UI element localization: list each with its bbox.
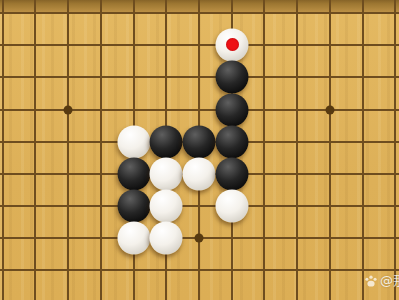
star-point	[326, 106, 335, 115]
white-stone	[150, 158, 183, 191]
black-stone	[216, 158, 249, 191]
grid-line-horizontal	[0, 205, 399, 207]
grid-line-horizontal	[0, 269, 399, 271]
white-stone	[150, 222, 183, 255]
star-point	[64, 106, 73, 115]
black-stone	[216, 126, 249, 159]
black-stone	[183, 126, 216, 159]
paw-icon	[364, 274, 378, 288]
black-stone	[150, 126, 183, 159]
black-stone	[118, 190, 151, 223]
go-app-screen: @那	[0, 0, 399, 300]
star-point	[195, 234, 204, 243]
grid-line-horizontal	[0, 76, 399, 78]
white-stone	[216, 190, 249, 223]
watermark: @那	[364, 273, 399, 289]
white-stone	[150, 190, 183, 223]
black-stone	[216, 94, 249, 127]
last-move-marker	[226, 38, 239, 51]
watermark-text: @那	[380, 273, 399, 289]
grid-line-horizontal	[0, 44, 399, 46]
grid-line-horizontal	[0, 109, 399, 111]
black-stone	[118, 158, 151, 191]
white-stone	[118, 126, 151, 159]
white-stone	[216, 29, 249, 62]
white-stone	[118, 222, 151, 255]
white-stone	[183, 158, 216, 191]
black-stone	[216, 61, 249, 94]
grid-line-horizontal	[0, 12, 399, 14]
